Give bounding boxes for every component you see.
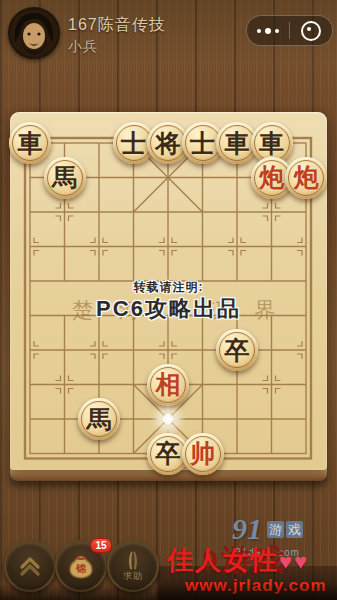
piece-glyph: 炮 [259, 165, 284, 190]
expand-button[interactable] [4, 540, 56, 592]
jrlady-logo-text: 佳人女性 [167, 545, 279, 575]
piece-glyph: 卒 [156, 441, 181, 466]
piece-black-horse[interactable]: 馬 [44, 157, 86, 199]
91-logo-url: 91danji.com [200, 547, 335, 558]
target-circle-icon [301, 21, 321, 41]
piece-black-chariot[interactable]: 車 [9, 122, 51, 164]
piece-red-general[interactable]: 帅 [182, 433, 224, 475]
piece-glyph: 帅 [190, 441, 215, 466]
piece-glyph: 炮 [294, 165, 319, 190]
chevron-up-icon [15, 551, 45, 581]
praying-hands-icon [122, 550, 144, 572]
more-button[interactable] [247, 16, 289, 45]
hint-bag-button[interactable]: 锦 15 [55, 540, 107, 592]
jrlady-url: www.jrlady.com [185, 576, 327, 596]
player-avatar[interactable] [8, 7, 60, 59]
svg-text:锦: 锦 [75, 563, 86, 574]
piece-red-elephant[interactable]: 相 [147, 364, 189, 406]
91games-watermark: 91 游戏 91danji.com [200, 512, 335, 558]
miniprogram-capsule [246, 15, 333, 46]
hint-count-badge: 15 [90, 538, 112, 553]
brocade-bag-icon: 锦 [64, 549, 98, 583]
piece-glyph: 車 [225, 131, 250, 156]
piece-red-cannon[interactable]: 炮 [285, 157, 327, 199]
piece-glyph: 馬 [52, 165, 77, 190]
piece-glyph: 士 [121, 131, 146, 156]
91-logo-text: 91 [232, 512, 262, 546]
piece-glyph: 士 [190, 131, 215, 156]
minimize-button[interactable] [290, 16, 332, 45]
heart-icon: ♥♥ [279, 549, 309, 574]
piece-glyph: 車 [259, 131, 284, 156]
9games-watermark: 9游戏 [203, 540, 287, 581]
piece-black-soldier[interactable]: 卒 [216, 329, 258, 371]
piece-glyph: 相 [156, 372, 181, 397]
piece-black-horse[interactable]: 馬 [78, 398, 120, 440]
piece-glyph: 車 [18, 131, 43, 156]
jrlady-watermark: 佳人女性♥♥ [167, 543, 309, 578]
river-label-right: 汉 界 [208, 296, 285, 324]
watermark-dark-band [158, 566, 337, 600]
piece-glyph: 将 [156, 131, 181, 156]
avatar-portrait-icon [10, 9, 58, 57]
app-screen: 167陈音传技 小兵 楚 河 汉 界 转载请注明: PC6攻略出品 [0, 0, 337, 600]
level-title: 167陈音传技 [68, 15, 166, 36]
piece-glyph: 卒 [225, 338, 250, 363]
91-logo-word: 游戏 [265, 520, 303, 538]
piece-glyph: 馬 [87, 407, 112, 432]
top-bar: 167陈音传技 小兵 [0, 0, 337, 62]
bottom-shadow [0, 584, 337, 600]
river-label-left: 楚 河 [72, 296, 149, 324]
ask-help-label: 求助 [123, 570, 143, 583]
more-dots-icon [257, 28, 279, 34]
ask-help-button[interactable]: 求助 [107, 540, 159, 592]
player-rank: 小兵 [68, 38, 98, 56]
